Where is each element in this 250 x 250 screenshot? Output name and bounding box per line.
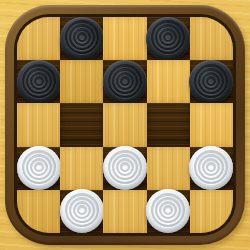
board-cell[interactable] <box>60 190 103 233</box>
board-cell <box>17 103 60 146</box>
piece-groove-ring <box>206 76 216 86</box>
checker-piece-white[interactable] <box>146 189 190 233</box>
board-cell <box>60 60 103 103</box>
piece-groove-ring <box>34 76 44 86</box>
board-cell <box>147 60 190 103</box>
board-cell[interactable] <box>60 103 103 146</box>
piece-groove-ring <box>77 32 87 42</box>
piece-groove-ring <box>163 205 173 215</box>
checker-piece-white[interactable] <box>17 146 61 190</box>
piece-groove-ring <box>77 205 87 215</box>
checker-piece-black[interactable] <box>189 60 233 104</box>
board-cell[interactable] <box>17 60 60 103</box>
checker-piece-white[interactable] <box>189 146 233 190</box>
checker-piece-black[interactable] <box>17 60 61 104</box>
board-cell[interactable] <box>147 103 190 146</box>
checker-piece-black[interactable] <box>103 60 147 104</box>
board-cell <box>147 147 190 190</box>
checker-piece-white[interactable] <box>60 189 104 233</box>
board-cell[interactable] <box>103 147 146 190</box>
board-cell <box>60 147 103 190</box>
board-cell[interactable] <box>190 147 233 190</box>
board-cell[interactable] <box>60 17 103 60</box>
board-cell <box>103 17 146 60</box>
board-cell[interactable] <box>147 190 190 233</box>
piece-groove-ring <box>120 76 130 86</box>
board-cell <box>190 17 233 60</box>
checkers-board <box>17 17 233 233</box>
board-cell[interactable] <box>147 17 190 60</box>
piece-groove-ring <box>206 162 216 172</box>
board-cell <box>103 190 146 233</box>
board-cell <box>190 190 233 233</box>
board-frame <box>5 5 245 245</box>
board-cell <box>17 17 60 60</box>
piece-groove-ring <box>163 32 173 42</box>
board-cell[interactable] <box>17 147 60 190</box>
piece-groove-ring <box>34 162 44 172</box>
board-cell <box>103 103 146 146</box>
board-cell <box>190 103 233 146</box>
checkers-app-icon <box>0 0 250 250</box>
board-cell <box>17 190 60 233</box>
checker-piece-white[interactable] <box>103 146 147 190</box>
checker-piece-black[interactable] <box>146 17 190 61</box>
board-cell[interactable] <box>190 60 233 103</box>
piece-groove-ring <box>120 162 130 172</box>
checker-piece-black[interactable] <box>60 17 104 61</box>
board-cell[interactable] <box>103 60 146 103</box>
